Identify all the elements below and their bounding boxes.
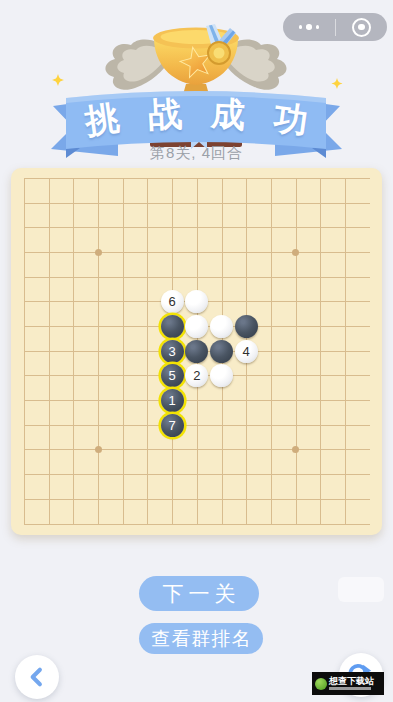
stone-white [210, 364, 233, 387]
stone-white-move-2: 2 [185, 364, 208, 387]
exit-button[interactable] [336, 13, 388, 41]
screen: 挑战成功 第8关, 4回合 6345217 下一关 查看群排名 想查下载站 [0, 0, 393, 702]
stone-black-move-7: 7 [161, 414, 184, 437]
next-level-button[interactable]: 下一关 [139, 576, 259, 611]
stone-white [185, 315, 208, 338]
stone-white-move-6: 6 [161, 290, 184, 313]
stone-black-move-1: 1 [161, 389, 184, 412]
site-watermark: 想查下载站 [312, 672, 384, 695]
back-button[interactable] [15, 655, 59, 699]
star-point [292, 446, 299, 453]
watermark-subtext [329, 687, 371, 690]
stone-black [210, 340, 233, 363]
chevron-left-icon [21, 655, 53, 699]
watermark-text: 想查下载站 [329, 677, 374, 686]
gomoku-board[interactable]: 6345217 [11, 168, 382, 535]
more-dots-icon [306, 24, 312, 30]
more-dots-icon [316, 25, 320, 29]
stone-black-move-3: 3 [161, 340, 184, 363]
stone-white-move-4: 4 [235, 340, 258, 363]
level-round-subtitle: 第8关, 4回合 [0, 144, 393, 163]
record-circle-icon [352, 18, 371, 37]
more-button[interactable] [283, 13, 335, 41]
star-point [95, 446, 102, 453]
stone-black [161, 315, 184, 338]
watermark-logo-icon [315, 678, 327, 690]
star-point [95, 249, 102, 256]
group-ranking-button[interactable]: 查看群排名 [139, 623, 263, 654]
stone-black [185, 340, 208, 363]
miniprogram-capsule [283, 13, 387, 41]
stone-black-move-5: 5 [161, 364, 184, 387]
star-point [292, 249, 299, 256]
board-grid: 6345217 [12, 166, 382, 536]
stone-white [185, 290, 208, 313]
stone-black [235, 315, 258, 338]
faint-overlay-remnant [338, 577, 384, 602]
stone-white [210, 315, 233, 338]
more-dots-icon [299, 25, 303, 29]
